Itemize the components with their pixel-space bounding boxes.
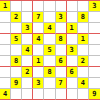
cell-r5c8[interactable]: [78, 45, 89, 56]
cell-r4c6[interactable]: 8: [56, 34, 67, 45]
cell-r5c7[interactable]: 3: [67, 45, 78, 56]
cell-r2c2[interactable]: 2: [11, 12, 22, 23]
cell-r7c1[interactable]: [0, 67, 11, 78]
cell-r8c6[interactable]: 7: [56, 78, 67, 89]
cell-r1c2[interactable]: [11, 1, 22, 12]
cell-r3c7[interactable]: 1: [67, 23, 78, 34]
cell-r5c9[interactable]: [89, 45, 100, 56]
cell-r1c7[interactable]: [67, 1, 78, 12]
cell-r1c1[interactable]: 1: [0, 1, 11, 12]
sudoku-board: 13273834154814538162286937449: [0, 0, 100, 100]
cell-r4c8[interactable]: 1: [78, 34, 89, 45]
cell-r2c7[interactable]: [67, 12, 78, 23]
cell-r1c8[interactable]: [78, 1, 89, 12]
cell-r7c3[interactable]: 2: [22, 67, 33, 78]
cell-r9c1[interactable]: 4: [0, 89, 11, 100]
cell-r6c5[interactable]: [44, 56, 55, 67]
cell-r8c1[interactable]: [0, 78, 11, 89]
cell-r5c6[interactable]: [56, 45, 67, 56]
cell-r9c6[interactable]: [56, 89, 67, 100]
cell-r8c5[interactable]: [44, 78, 55, 89]
cell-r3c9[interactable]: [89, 23, 100, 34]
cell-r3c6[interactable]: [56, 23, 67, 34]
cell-r2c4[interactable]: 7: [33, 12, 44, 23]
cell-r6c4[interactable]: 1: [33, 56, 44, 67]
cell-r4c9[interactable]: [89, 34, 100, 45]
cell-r7c5[interactable]: 8: [44, 67, 55, 78]
cell-r5c4[interactable]: [33, 45, 44, 56]
cell-r3c1[interactable]: [0, 23, 11, 34]
cell-r4c1[interactable]: [0, 34, 11, 45]
cell-r7c6[interactable]: [56, 67, 67, 78]
cell-r7c7[interactable]: 6: [67, 67, 78, 78]
cell-r6c9[interactable]: [89, 56, 100, 67]
cell-r1c9[interactable]: 3: [89, 1, 100, 12]
cell-r7c8[interactable]: [78, 67, 89, 78]
cell-r1c6[interactable]: [56, 1, 67, 12]
cell-r4c5[interactable]: [44, 34, 55, 45]
cell-r1c5[interactable]: [44, 1, 55, 12]
cell-r8c9[interactable]: [89, 78, 100, 89]
cell-r8c3[interactable]: [22, 78, 33, 89]
cell-r8c2[interactable]: 9: [11, 78, 22, 89]
cell-r8c7[interactable]: [67, 78, 78, 89]
cell-r2c9[interactable]: [89, 12, 100, 23]
cell-r8c8[interactable]: 4: [78, 78, 89, 89]
cell-r7c2[interactable]: [11, 67, 22, 78]
cell-r5c2[interactable]: [11, 45, 22, 56]
cell-r2c3[interactable]: [22, 12, 33, 23]
cell-r3c4[interactable]: [33, 23, 44, 34]
cell-r5c1[interactable]: [0, 45, 11, 56]
cell-r3c2[interactable]: [11, 23, 22, 34]
cell-r9c9[interactable]: 9: [89, 89, 100, 100]
cell-r6c3[interactable]: [22, 56, 33, 67]
cell-r4c4[interactable]: 4: [33, 34, 44, 45]
cell-r9c3[interactable]: [22, 89, 33, 100]
cell-r8c4[interactable]: 3: [33, 78, 44, 89]
cell-r5c3[interactable]: 4: [22, 45, 33, 56]
cell-r9c8[interactable]: [78, 89, 89, 100]
cell-r4c7[interactable]: [67, 34, 78, 45]
cell-r6c8[interactable]: 2: [78, 56, 89, 67]
cell-r4c3[interactable]: [22, 34, 33, 45]
cell-r7c9[interactable]: [89, 67, 100, 78]
cell-r2c8[interactable]: 8: [78, 12, 89, 23]
cell-r1c3[interactable]: [22, 1, 33, 12]
cell-r9c7[interactable]: [67, 89, 78, 100]
cell-r6c7[interactable]: [67, 56, 78, 67]
cell-r2c6[interactable]: 3: [56, 12, 67, 23]
cell-r9c2[interactable]: [11, 89, 22, 100]
cell-r2c1[interactable]: [0, 12, 11, 23]
cell-r7c4[interactable]: [33, 67, 44, 78]
cell-r5c5[interactable]: 5: [44, 45, 55, 56]
cell-r6c1[interactable]: [0, 56, 11, 67]
cell-r2c5[interactable]: [44, 12, 55, 23]
cell-r6c2[interactable]: 8: [11, 56, 22, 67]
cell-r6c6[interactable]: 6: [56, 56, 67, 67]
cell-r3c8[interactable]: [78, 23, 89, 34]
cell-r9c4[interactable]: [33, 89, 44, 100]
cell-r9c5[interactable]: [44, 89, 55, 100]
cell-r3c5[interactable]: 4: [44, 23, 55, 34]
cell-r3c3[interactable]: 3: [22, 23, 33, 34]
cell-r4c2[interactable]: 5: [11, 34, 22, 45]
cell-r1c4[interactable]: [33, 1, 44, 12]
